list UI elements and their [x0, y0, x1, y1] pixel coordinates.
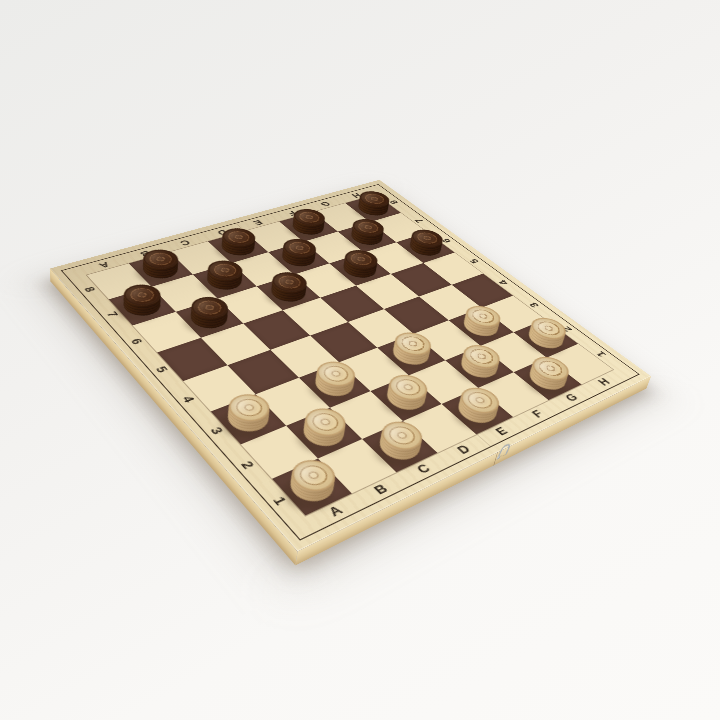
checker-light[interactable] — [454, 351, 504, 382]
clasp-screw — [496, 455, 500, 460]
checker-light[interactable] — [379, 381, 432, 415]
checker-light[interactable] — [522, 363, 573, 395]
checker-light[interactable] — [451, 393, 504, 428]
checkers-board: ABCDEFGH ABCDEFGH 87654321 87654321 — [50, 180, 651, 552]
checker-light[interactable] — [221, 400, 277, 437]
checker-light[interactable] — [308, 368, 361, 401]
photo-background: ABCDEFGH ABCDEFGH 87654321 87654321 — [0, 0, 720, 720]
camera-rotation-wrapper: ABCDEFGH ABCDEFGH 87654321 87654321 — [0, 0, 720, 720]
checker-light[interactable] — [282, 465, 341, 507]
perspective-scene: ABCDEFGH ABCDEFGH 87654321 87654321 — [0, 0, 720, 720]
checker-dark[interactable] — [118, 292, 167, 320]
checker-light[interactable] — [386, 339, 436, 370]
checker-dark[interactable] — [184, 303, 234, 332]
checker-light[interactable] — [296, 414, 352, 451]
checker-light[interactable] — [371, 427, 427, 465]
